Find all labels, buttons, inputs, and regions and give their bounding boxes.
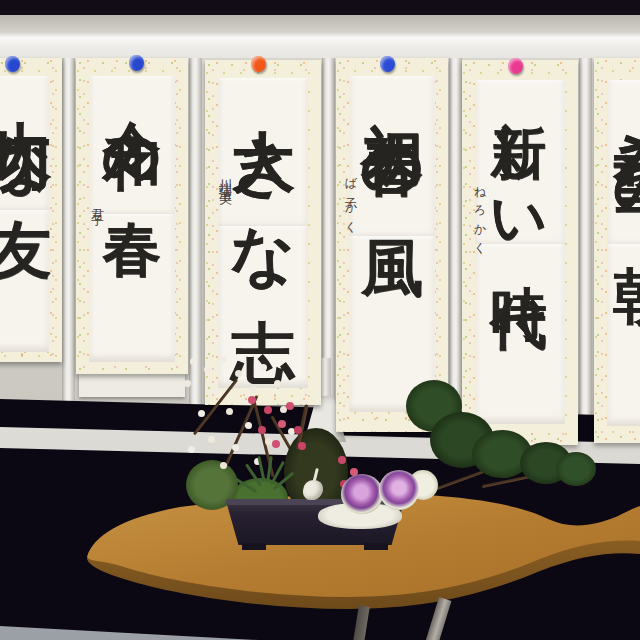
ornamental-kale	[341, 474, 383, 514]
crane-body	[303, 480, 323, 500]
pushpin-blue	[5, 56, 20, 72]
white-plum-blossoms	[190, 358, 197, 365]
pushpin-blue	[129, 55, 144, 71]
planter-foot	[242, 543, 266, 550]
pink-plum-blossoms	[338, 456, 346, 464]
ornamental-kale	[379, 470, 419, 510]
pushpin-orange	[251, 56, 266, 72]
pushpin-pink	[508, 58, 523, 74]
pushpin-blue	[380, 56, 395, 72]
pink-plum-blossoms	[248, 396, 256, 404]
crane-figurine	[301, 468, 327, 502]
planter-foot	[364, 543, 388, 550]
exhibition-photo: 大切な友 令和の春 君子 大きな志 川端清美 初春の風 ば子かく 新しい時代 ね…	[0, 0, 640, 640]
pine-needles	[556, 452, 596, 486]
